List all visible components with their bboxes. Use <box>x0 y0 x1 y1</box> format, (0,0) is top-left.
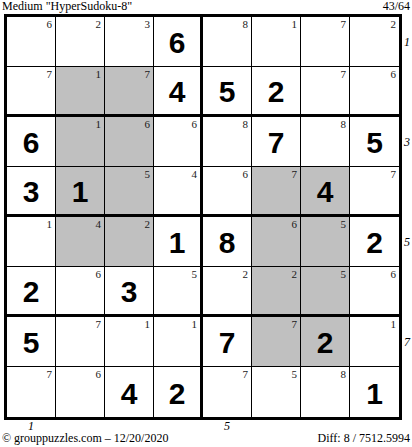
cell-pencil-mark: 1 <box>96 117 102 131</box>
cell-r4c5[interactable]: 6 <box>203 167 252 217</box>
cell-r5c2[interactable]: 4 <box>56 217 105 267</box>
cell-value: 2 <box>154 367 200 417</box>
cell-r2c6[interactable]: 2 <box>252 67 301 117</box>
row-coordinate-label: 5 <box>402 234 412 250</box>
copyright-text: © grouppuzzles.com – 12/20/2020 <box>2 431 168 445</box>
cell-value: 7 <box>203 317 251 366</box>
cell-r6c1[interactable]: 2 <box>7 267 56 317</box>
cell-value: 2 <box>252 67 300 114</box>
cell-pencil-mark: 7 <box>341 67 347 81</box>
cell-pencil-mark: 5 <box>145 167 151 181</box>
footer-bar: © grouppuzzles.com – 12/20/2020 Diff: 8 … <box>2 431 410 445</box>
column-coordinate-label: 1 <box>25 419 37 433</box>
cell-r5c8[interactable]: 2 <box>350 217 399 267</box>
cell-r8c3[interactable]: 4 <box>105 367 154 417</box>
cell-r3c5[interactable]: 8 <box>203 117 252 167</box>
puzzle-page: Medium "HyperSudoku-8" 43/64 62368172717… <box>0 0 412 447</box>
cell-r5c5[interactable]: 8 <box>203 217 252 267</box>
cell-value: 1 <box>56 167 104 214</box>
cell-value: 8 <box>203 217 251 266</box>
cell-value: 6 <box>154 17 200 66</box>
cell-r4c7[interactable]: 4 <box>301 167 350 217</box>
cell-r3c3[interactable]: 6 <box>105 117 154 167</box>
cell-r3c8[interactable]: 5 <box>350 117 399 167</box>
cell-pencil-mark: 5 <box>192 267 198 281</box>
cell-pencil-mark: 5 <box>341 267 347 281</box>
cell-value: 4 <box>105 367 153 417</box>
cell-r7c4[interactable]: 1 <box>154 317 203 367</box>
cell-pencil-mark: 6 <box>391 267 397 281</box>
cell-value: 3 <box>7 167 55 214</box>
cell-pencil-mark: 7 <box>341 17 347 31</box>
cell-value: 5 <box>350 117 399 166</box>
cell-r3c1[interactable]: 6 <box>7 117 56 167</box>
cell-r4c3[interactable]: 5 <box>105 167 154 217</box>
cell-pencil-mark: 7 <box>47 67 53 81</box>
cell-pencil-mark: 6 <box>47 17 53 31</box>
cell-pencil-mark: 2 <box>391 17 397 31</box>
cell-r8c6[interactable]: 5 <box>252 367 301 417</box>
cell-r6c4[interactable]: 5 <box>154 267 203 317</box>
cell-pencil-mark: 7 <box>47 367 53 381</box>
cell-r6c3[interactable]: 3 <box>105 267 154 317</box>
cell-pencil-mark: 1 <box>292 17 298 31</box>
cell-r6c2[interactable]: 6 <box>56 267 105 317</box>
cell-value: 5 <box>7 317 55 366</box>
cell-r2c8[interactable]: 6 <box>350 67 399 117</box>
progress-counter: 43/64 <box>383 0 410 14</box>
cell-r6c7[interactable]: 5 <box>301 267 350 317</box>
cell-r1c2[interactable]: 2 <box>56 17 105 67</box>
cell-pencil-mark: 1 <box>391 317 397 331</box>
column-coordinate-label: 5 <box>221 419 233 433</box>
cell-pencil-mark: 7 <box>243 367 249 381</box>
cell-value: 2 <box>301 317 349 366</box>
cell-r5c6[interactable]: 6 <box>252 217 301 267</box>
cell-pencil-mark: 6 <box>292 217 298 231</box>
cell-pencil-mark: 2 <box>145 217 151 231</box>
cell-pencil-mark: 4 <box>192 167 198 181</box>
header-bar: Medium "HyperSudoku-8" 43/64 <box>2 0 410 14</box>
cell-r3c4[interactable]: 6 <box>154 117 203 167</box>
cell-value: 1 <box>350 367 399 417</box>
cell-r1c5[interactable]: 8 <box>203 17 252 67</box>
cell-r7c3[interactable]: 1 <box>105 317 154 367</box>
cell-value: 7 <box>252 117 300 166</box>
cell-r2c4[interactable]: 4 <box>154 67 203 117</box>
cell-r8c2[interactable]: 6 <box>56 367 105 417</box>
cell-pencil-mark: 2 <box>292 267 298 281</box>
cell-value: 2 <box>350 217 399 266</box>
cell-r7c7[interactable]: 2 <box>301 317 350 367</box>
cell-r1c1[interactable]: 6 <box>7 17 56 67</box>
cell-r1c8[interactable]: 2 <box>350 17 399 67</box>
cell-r1c4[interactable]: 6 <box>154 17 203 67</box>
cell-value: 4 <box>154 67 200 114</box>
row-coordinate-label: 7 <box>402 334 412 350</box>
cell-r1c7[interactable]: 7 <box>301 17 350 67</box>
cell-r2c7[interactable]: 7 <box>301 67 350 117</box>
cell-r3c2[interactable]: 1 <box>56 117 105 167</box>
cell-r2c2[interactable]: 1 <box>56 67 105 117</box>
cell-value: 2 <box>7 267 55 314</box>
cell-r4c6[interactable]: 7 <box>252 167 301 217</box>
sudoku-board: 6236817271745276616687853154674714218652… <box>4 14 402 420</box>
cell-r6c5[interactable]: 2 <box>203 267 252 317</box>
cell-r7c8[interactable]: 1 <box>350 317 399 367</box>
cell-pencil-mark: 2 <box>243 267 249 281</box>
cell-pencil-mark: 6 <box>96 367 102 381</box>
cell-value: 1 <box>154 217 200 266</box>
cell-r3c7[interactable]: 8 <box>301 117 350 167</box>
cell-r1c6[interactable]: 1 <box>252 17 301 67</box>
cell-r8c7[interactable]: 8 <box>301 367 350 417</box>
cell-r5c1[interactable]: 1 <box>7 217 56 267</box>
cell-r5c4[interactable]: 1 <box>154 217 203 267</box>
cell-value: 3 <box>105 267 153 314</box>
cell-pencil-mark: 7 <box>145 67 151 81</box>
cell-pencil-mark: 6 <box>391 67 397 81</box>
cell-r5c3[interactable]: 2 <box>105 217 154 267</box>
cell-pencil-mark: 5 <box>341 217 347 231</box>
puzzle-title: Medium "HyperSudoku-8" <box>2 0 132 14</box>
cell-pencil-mark: 1 <box>145 317 151 331</box>
cell-r7c1[interactable]: 5 <box>7 317 56 367</box>
cell-r8c4[interactable]: 2 <box>154 367 203 417</box>
cell-r6c6[interactable]: 2 <box>252 267 301 317</box>
row-coordinate-label: 1 <box>402 34 412 50</box>
cell-r5c7[interactable]: 5 <box>301 217 350 267</box>
cell-value: 6 <box>7 117 55 166</box>
cell-pencil-mark: 7 <box>292 317 298 331</box>
cell-value: 4 <box>301 167 349 214</box>
cell-pencil-mark: 6 <box>145 117 151 131</box>
cell-r4c1[interactable]: 3 <box>7 167 56 217</box>
cell-r8c8[interactable]: 1 <box>350 367 399 417</box>
cell-pencil-mark: 6 <box>243 167 249 181</box>
cell-pencil-mark: 5 <box>292 367 298 381</box>
cell-pencil-mark: 8 <box>243 17 249 31</box>
cell-pencil-mark: 4 <box>96 217 102 231</box>
cell-r3c6[interactable]: 7 <box>252 117 301 167</box>
cell-r4c8[interactable]: 7 <box>350 167 399 217</box>
cell-pencil-mark: 8 <box>341 367 347 381</box>
cell-r4c4[interactable]: 4 <box>154 167 203 217</box>
cell-r7c2[interactable]: 7 <box>56 317 105 367</box>
cell-r2c1[interactable]: 7 <box>7 67 56 117</box>
cell-pencil-mark: 7 <box>391 167 397 181</box>
cell-pencil-mark: 1 <box>192 317 198 331</box>
cell-r2c3[interactable]: 7 <box>105 67 154 117</box>
cell-pencil-mark: 6 <box>96 267 102 281</box>
cell-value: 5 <box>203 67 251 114</box>
cell-pencil-mark: 3 <box>145 17 151 31</box>
row-coordinate-label: 3 <box>402 134 412 150</box>
cell-r2c5[interactable]: 5 <box>203 67 252 117</box>
cell-r8c5[interactable]: 7 <box>203 367 252 417</box>
cell-r6c8[interactable]: 6 <box>350 267 399 317</box>
cell-r7c5[interactable]: 7 <box>203 317 252 367</box>
difficulty-text: Diff: 8 / 7512.5994 <box>318 431 410 445</box>
cell-pencil-mark: 1 <box>47 217 53 231</box>
cell-pencil-mark: 7 <box>292 167 298 181</box>
cell-pencil-mark: 1 <box>96 67 102 81</box>
cell-pencil-mark: 8 <box>243 117 249 131</box>
cell-r8c1[interactable]: 7 <box>7 367 56 417</box>
cell-r4c2[interactable]: 1 <box>56 167 105 217</box>
cell-pencil-mark: 7 <box>96 317 102 331</box>
cell-pencil-mark: 6 <box>192 117 198 131</box>
cell-pencil-mark: 8 <box>341 117 347 131</box>
cell-pencil-mark: 2 <box>96 17 102 31</box>
cell-r7c6[interactable]: 7 <box>252 317 301 367</box>
cell-r1c3[interactable]: 3 <box>105 17 154 67</box>
